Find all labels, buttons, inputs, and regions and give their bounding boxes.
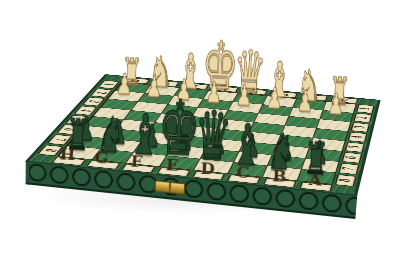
rank-plaque: 2 — [354, 113, 373, 122]
rank-label: 4 — [350, 135, 365, 139]
rank-plaque: 8 — [335, 175, 356, 187]
file-label: D — [200, 159, 215, 178]
piece-white-pawn-a2: ♟ — [327, 90, 345, 120]
rank-plaque: 1 — [356, 104, 374, 113]
file-label: E — [165, 156, 179, 175]
rank-label: 8 — [42, 148, 59, 152]
file-label: G — [94, 149, 109, 168]
piece-white-pawn-d2: ♟ — [236, 81, 253, 111]
rank-plaque: 4 — [348, 132, 367, 142]
rank-plaque: 7 — [338, 163, 359, 174]
file-label: A — [309, 170, 322, 190]
rank-label: 2 — [356, 116, 370, 120]
rank-label: 7 — [341, 167, 357, 171]
file-label: H — [59, 145, 76, 164]
file-label: B — [272, 166, 287, 186]
brass-clasp — [155, 181, 186, 195]
rank-label: 1 — [358, 107, 372, 111]
rank-plaque: 6 — [342, 152, 362, 163]
rank-label: 6 — [344, 156, 359, 160]
rank-label: 3 — [353, 125, 367, 129]
chess-set-photo: H G F E D C B A H G F E D C B A — [0, 0, 420, 259]
piece-white-pawn-h2: ♟ — [116, 70, 133, 99]
chess-board: H G F E D C B A H G F E D C B A — [25, 74, 381, 196]
rank-label: 1 — [102, 83, 116, 86]
rank-label: 5 — [347, 145, 362, 149]
rank-label: 3 — [86, 100, 101, 104]
rank-label: 2 — [94, 91, 109, 94]
piece-white-pawn-c2: ♟ — [266, 84, 283, 114]
scene: H G F E D C B A H G F E D C B A — [0, 0, 420, 259]
piece-white-pawn-b2: ♟ — [296, 87, 314, 117]
rank-label: 8 — [338, 178, 354, 183]
rank-plaque: 5 — [345, 142, 365, 153]
file-label: C — [236, 163, 250, 183]
rank-plaque: 3 — [351, 122, 370, 132]
file-label: F — [131, 152, 144, 171]
